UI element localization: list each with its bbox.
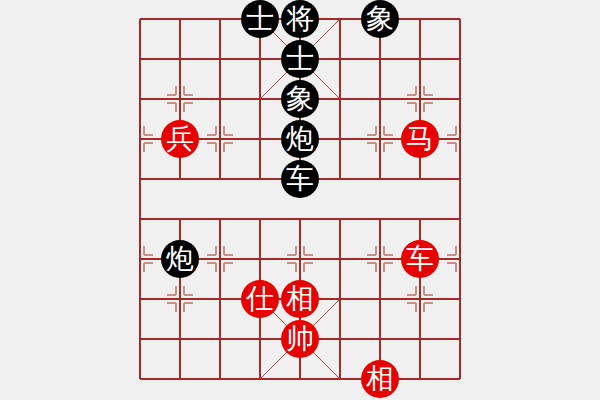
piece-glyph: 帅	[286, 320, 314, 358]
piece-glyph: 马	[406, 120, 434, 158]
piece-red-elephant-2[interactable]: 相	[361, 360, 399, 398]
piece-red-chariot[interactable]: 车	[401, 240, 439, 278]
piece-black-general[interactable]: 将	[281, 0, 319, 38]
piece-black-advisor-1[interactable]: 士	[241, 0, 279, 38]
piece-glyph: 象	[366, 0, 394, 38]
piece-glyph: 士	[246, 0, 274, 38]
piece-glyph: 车	[406, 240, 434, 278]
piece-black-elephant-1[interactable]: 象	[361, 0, 399, 38]
piece-glyph: 将	[286, 0, 314, 38]
piece-red-pawn[interactable]: 兵	[161, 120, 199, 158]
piece-glyph: 相	[366, 360, 394, 398]
piece-glyph: 象	[286, 80, 314, 118]
piece-red-king[interactable]: 帅	[281, 320, 319, 358]
piece-glyph: 仕	[246, 280, 274, 318]
piece-black-elephant-2[interactable]: 象	[281, 80, 319, 118]
pieces-layer: 士将象士象炮车炮兵马车仕相帅相	[140, 19, 460, 379]
xiangqi-screenshot: 士将象士象炮车炮兵马车仕相帅相	[0, 0, 600, 400]
piece-glyph: 兵	[166, 120, 194, 158]
piece-red-advisor[interactable]: 仕	[241, 280, 279, 318]
piece-black-cannon-2[interactable]: 炮	[161, 240, 199, 278]
piece-glyph: 车	[286, 160, 314, 198]
piece-red-horse[interactable]: 马	[401, 120, 439, 158]
piece-glyph: 炮	[166, 240, 194, 278]
piece-black-cannon-1[interactable]: 炮	[281, 120, 319, 158]
xiangqi-board[interactable]: 士将象士象炮车炮兵马车仕相帅相	[0, 0, 600, 400]
piece-black-advisor-2[interactable]: 士	[281, 40, 319, 78]
piece-glyph: 相	[286, 280, 314, 318]
piece-glyph: 炮	[286, 120, 314, 158]
piece-black-chariot[interactable]: 车	[281, 160, 319, 198]
piece-glyph: 士	[286, 40, 314, 78]
piece-red-elephant-1[interactable]: 相	[281, 280, 319, 318]
